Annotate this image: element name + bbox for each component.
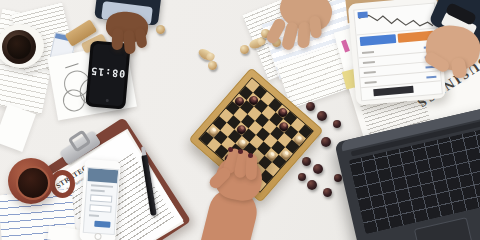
player1-finger: [123, 30, 136, 55]
captured-dark-piece[interactable]: [334, 174, 342, 182]
handwriting-squiggle: [65, 63, 79, 68]
app-text-line: [91, 184, 113, 188]
player2-finger: [309, 15, 322, 38]
captured-light-piece[interactable]: [208, 61, 217, 70]
desk-overhead-scene: 08:15 BUSINESS: [0, 0, 480, 240]
captured-dark-piece[interactable]: [321, 137, 331, 147]
captured-dark-piece[interactable]: [323, 188, 332, 197]
coffee-mug: [8, 158, 54, 204]
home-button: [94, 233, 101, 240]
captured-dark-piece[interactable]: [313, 164, 323, 174]
captured-dark-piece[interactable]: [317, 111, 327, 121]
captured-dark-piece[interactable]: [307, 180, 317, 190]
tablet-blue-button: [360, 34, 397, 46]
app-submit-button: [94, 221, 110, 228]
tablet-action-pill: [386, 95, 419, 101]
captured-dark-piece[interactable]: [306, 102, 315, 111]
captured-light-piece[interactable]: [197, 47, 214, 62]
player1-finger: [111, 28, 123, 51]
player2-finger: [297, 22, 311, 49]
laptop: [334, 105, 480, 240]
black-phone-screen: 08:15: [88, 44, 127, 107]
captured-light-piece[interactable]: [240, 45, 249, 54]
app-text-line: [91, 189, 105, 192]
tablet-total-bar: [373, 86, 413, 96]
captured-light-piece[interactable]: [156, 25, 165, 34]
captured-dark-piece[interactable]: [298, 173, 306, 181]
app-input-field: [89, 204, 111, 213]
painted-fingernail: [248, 153, 253, 158]
white-phone-screen: [83, 167, 120, 235]
chart-legend-tag: [357, 11, 367, 18]
captured-dark-piece[interactable]: [333, 120, 341, 128]
captured-dark-piece[interactable]: [302, 157, 311, 166]
camera-icon: [106, 99, 109, 102]
app-text-line: [89, 214, 99, 217]
app-header-bar: [87, 168, 118, 183]
clock-display: 08:15: [91, 66, 126, 80]
painted-fingernail: [228, 147, 233, 152]
painted-fingernail: [238, 149, 243, 154]
white-phone: [79, 159, 121, 240]
app-input-field: [90, 194, 112, 203]
espresso-cup: [2, 30, 36, 64]
